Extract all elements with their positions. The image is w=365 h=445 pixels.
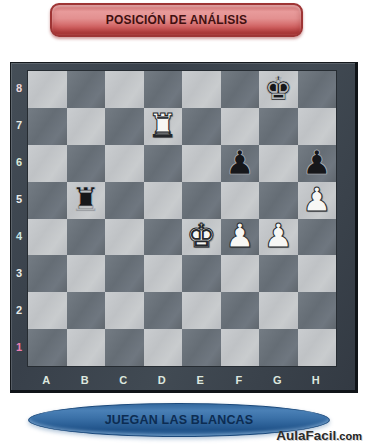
- file-label-B: B: [66, 367, 105, 393]
- square-d6: [144, 145, 183, 182]
- file-label-C: C: [104, 367, 143, 393]
- square-d3: [144, 255, 183, 292]
- square-c5: [105, 182, 144, 219]
- square-e3: [182, 255, 221, 292]
- square-f2: [221, 292, 260, 329]
- square-b5: ♜: [67, 182, 106, 219]
- black-king: ♚: [263, 72, 293, 105]
- square-a3: [28, 255, 67, 292]
- brand-tld: .com: [336, 430, 362, 442]
- square-h8: [298, 71, 337, 108]
- square-b7: [67, 108, 106, 145]
- square-h6: ♟: [298, 145, 337, 182]
- square-g2: [259, 292, 298, 329]
- square-e2: [182, 292, 221, 329]
- side-to-move-label: JUEGAN LAS BLANCAS: [105, 413, 254, 427]
- black-pawn: ♟: [225, 146, 255, 179]
- square-a7: [28, 108, 67, 145]
- file-label-G: G: [258, 367, 297, 393]
- rank-labels: 87654321: [11, 70, 27, 365]
- square-h1: [298, 329, 337, 366]
- square-f5: [221, 182, 260, 219]
- square-e8: [182, 71, 221, 108]
- square-e7: [182, 108, 221, 145]
- file-labels: ABCDEFGH: [27, 367, 335, 393]
- square-g5: [259, 182, 298, 219]
- rank-label-2: 2: [11, 291, 27, 328]
- square-b2: [67, 292, 106, 329]
- file-label-D: D: [143, 367, 182, 393]
- square-a4: [28, 219, 67, 256]
- black-rook: ♜: [71, 183, 101, 216]
- white-rook: ♜: [148, 109, 178, 142]
- square-c3: [105, 255, 144, 292]
- file-label-H: H: [297, 367, 336, 393]
- square-d1: [144, 329, 183, 366]
- square-d5: [144, 182, 183, 219]
- square-f3: [221, 255, 260, 292]
- brand-watermark: AulaFacil.com: [276, 426, 362, 444]
- square-e4: ♚: [182, 219, 221, 256]
- black-pawn: ♟: [302, 146, 332, 179]
- square-a6: [28, 145, 67, 182]
- square-c8: [105, 71, 144, 108]
- rank-label-4: 4: [11, 218, 27, 255]
- square-h5: ♟: [298, 182, 337, 219]
- square-h7: [298, 108, 337, 145]
- analysis-position-banner: POSICIÓN DE ANÁLISIS: [50, 3, 303, 37]
- rank-label-6: 6: [11, 144, 27, 181]
- file-label-A: A: [27, 367, 66, 393]
- square-f6: ♟: [221, 145, 260, 182]
- square-a2: [28, 292, 67, 329]
- file-label-F: F: [220, 367, 259, 393]
- board-squares: ♚♜♟♟♜♟♚♟♟: [27, 70, 337, 367]
- rank-label-8: 8: [11, 70, 27, 107]
- chess-board: 87654321 ♚♜♟♟♜♟♚♟♟ ABCDEFGH: [10, 62, 358, 393]
- rank-label-5: 5: [11, 181, 27, 218]
- square-c1: [105, 329, 144, 366]
- square-b4: [67, 219, 106, 256]
- square-a1: [28, 329, 67, 366]
- square-h3: [298, 255, 337, 292]
- square-g1: [259, 329, 298, 366]
- square-d4: [144, 219, 183, 256]
- square-g7: [259, 108, 298, 145]
- white-king: ♚: [186, 219, 216, 252]
- square-e6: [182, 145, 221, 182]
- brand-name: AulaFacil: [276, 428, 336, 443]
- square-g3: [259, 255, 298, 292]
- square-a8: [28, 71, 67, 108]
- white-pawn: ♟: [302, 183, 332, 216]
- square-d8: [144, 71, 183, 108]
- square-b3: [67, 255, 106, 292]
- square-d7: ♜: [144, 108, 183, 145]
- rank-label-7: 7: [11, 107, 27, 144]
- square-f4: ♟: [221, 219, 260, 256]
- rank-label-3: 3: [11, 254, 27, 291]
- square-e5: [182, 182, 221, 219]
- square-b8: [67, 71, 106, 108]
- square-h2: [298, 292, 337, 329]
- square-a5: [28, 182, 67, 219]
- square-b6: [67, 145, 106, 182]
- square-e1: [182, 329, 221, 366]
- square-f7: [221, 108, 260, 145]
- white-pawn: ♟: [263, 219, 293, 252]
- square-c4: [105, 219, 144, 256]
- file-label-E: E: [181, 367, 220, 393]
- square-c6: [105, 145, 144, 182]
- rank-label-1: 1: [11, 328, 27, 365]
- square-g6: [259, 145, 298, 182]
- square-c7: [105, 108, 144, 145]
- square-d2: [144, 292, 183, 329]
- square-b1: [67, 329, 106, 366]
- square-c2: [105, 292, 144, 329]
- square-g8: ♚: [259, 71, 298, 108]
- square-h4: [298, 219, 337, 256]
- square-g4: ♟: [259, 219, 298, 256]
- white-pawn: ♟: [225, 219, 255, 252]
- square-f1: [221, 329, 260, 366]
- analysis-position-label: POSICIÓN DE ANÁLISIS: [106, 13, 248, 27]
- square-f8: [221, 71, 260, 108]
